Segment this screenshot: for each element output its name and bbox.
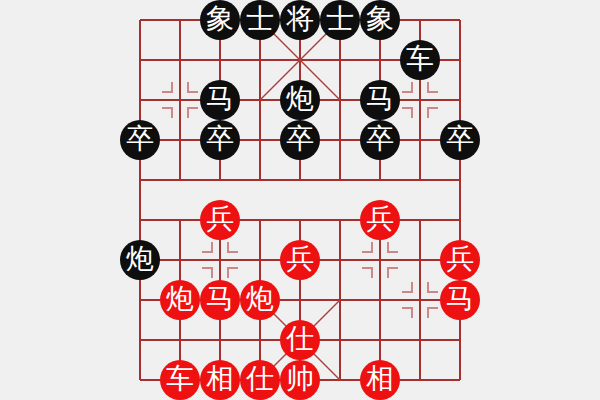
piece-red-soldier[interactable]: 兵 [280, 240, 320, 280]
star-point-corner [427, 107, 438, 118]
star-point-corner [187, 82, 198, 93]
piece-glyph: 士 [326, 5, 354, 33]
xiangqi-board: 象士将士象车马炮马卒卒卒卒卒炮兵兵兵兵炮马炮马仕车相仕帅相 [0, 0, 600, 400]
piece-black-cannon[interactable]: 炮 [120, 240, 160, 280]
piece-glyph: 卒 [446, 125, 474, 153]
star-point-marker [162, 82, 198, 118]
piece-black-cannon[interactable]: 炮 [280, 80, 320, 120]
piece-glyph: 兵 [446, 245, 474, 273]
piece-red-elephant[interactable]: 相 [360, 360, 400, 400]
piece-glyph: 马 [446, 285, 474, 313]
piece-glyph: 卒 [126, 125, 154, 153]
piece-glyph: 帅 [286, 365, 314, 393]
piece-black-horse[interactable]: 马 [360, 80, 400, 120]
piece-glyph: 仕 [246, 365, 274, 393]
piece-glyph: 相 [366, 365, 394, 393]
star-point-corner [362, 242, 373, 253]
star-point-marker [362, 242, 398, 278]
star-point-corner [402, 82, 413, 93]
star-point-corner [362, 267, 373, 278]
piece-glyph: 士 [246, 5, 274, 33]
piece-glyph: 炮 [126, 245, 154, 273]
piece-glyph: 炮 [166, 285, 194, 313]
piece-black-advisor[interactable]: 士 [240, 0, 280, 40]
piece-red-advisor[interactable]: 仕 [240, 360, 280, 400]
piece-glyph: 兵 [206, 205, 234, 233]
piece-glyph: 卒 [286, 125, 314, 153]
piece-glyph: 象 [366, 5, 394, 33]
piece-red-horse[interactable]: 马 [200, 280, 240, 320]
star-point-corner [387, 267, 398, 278]
piece-glyph: 炮 [286, 85, 314, 113]
piece-glyph: 将 [286, 5, 314, 33]
piece-black-soldier[interactable]: 卒 [280, 120, 320, 160]
piece-glyph: 马 [206, 285, 234, 313]
star-point-corner [402, 107, 413, 118]
piece-glyph: 炮 [246, 285, 274, 313]
piece-red-cannon[interactable]: 炮 [160, 280, 200, 320]
piece-glyph: 兵 [366, 205, 394, 233]
piece-black-chariot[interactable]: 车 [400, 40, 440, 80]
piece-glyph: 马 [206, 85, 234, 113]
piece-glyph: 马 [366, 85, 394, 113]
piece-glyph: 卒 [366, 125, 394, 153]
star-point-corner [427, 82, 438, 93]
piece-red-horse[interactable]: 马 [440, 280, 480, 320]
piece-red-general[interactable]: 帅 [280, 360, 320, 400]
star-point-corner [427, 307, 438, 318]
star-point-corner [162, 82, 173, 93]
star-point-marker [402, 282, 438, 318]
piece-glyph: 兵 [286, 245, 314, 273]
star-point-corner [202, 267, 213, 278]
star-point-corner [402, 307, 413, 318]
piece-black-horse[interactable]: 马 [200, 80, 240, 120]
piece-black-elephant[interactable]: 象 [360, 0, 400, 40]
star-point-corner [202, 242, 213, 253]
piece-red-soldier[interactable]: 兵 [200, 200, 240, 240]
piece-red-advisor[interactable]: 仕 [280, 320, 320, 360]
piece-glyph: 车 [406, 45, 434, 73]
star-point-corner [402, 282, 413, 293]
piece-glyph: 车 [166, 365, 194, 393]
piece-glyph: 象 [206, 5, 234, 33]
piece-black-soldier[interactable]: 卒 [120, 120, 160, 160]
piece-red-cannon[interactable]: 炮 [240, 280, 280, 320]
piece-black-soldier[interactable]: 卒 [200, 120, 240, 160]
star-point-marker [402, 82, 438, 118]
piece-glyph: 卒 [206, 125, 234, 153]
star-point-marker [202, 242, 238, 278]
star-point-corner [427, 282, 438, 293]
star-point-corner [187, 107, 198, 118]
star-point-corner [162, 107, 173, 118]
piece-black-soldier[interactable]: 卒 [360, 120, 400, 160]
piece-red-chariot[interactable]: 车 [160, 360, 200, 400]
piece-red-soldier[interactable]: 兵 [360, 200, 400, 240]
star-point-corner [387, 242, 398, 253]
piece-black-soldier[interactable]: 卒 [440, 120, 480, 160]
star-point-corner [227, 267, 238, 278]
piece-red-elephant[interactable]: 相 [200, 360, 240, 400]
piece-black-general[interactable]: 将 [280, 0, 320, 40]
piece-glyph: 相 [206, 365, 234, 393]
star-point-corner [227, 242, 238, 253]
piece-glyph: 仕 [286, 325, 314, 353]
piece-black-advisor[interactable]: 士 [320, 0, 360, 40]
piece-red-soldier[interactable]: 兵 [440, 240, 480, 280]
piece-black-elephant[interactable]: 象 [200, 0, 240, 40]
